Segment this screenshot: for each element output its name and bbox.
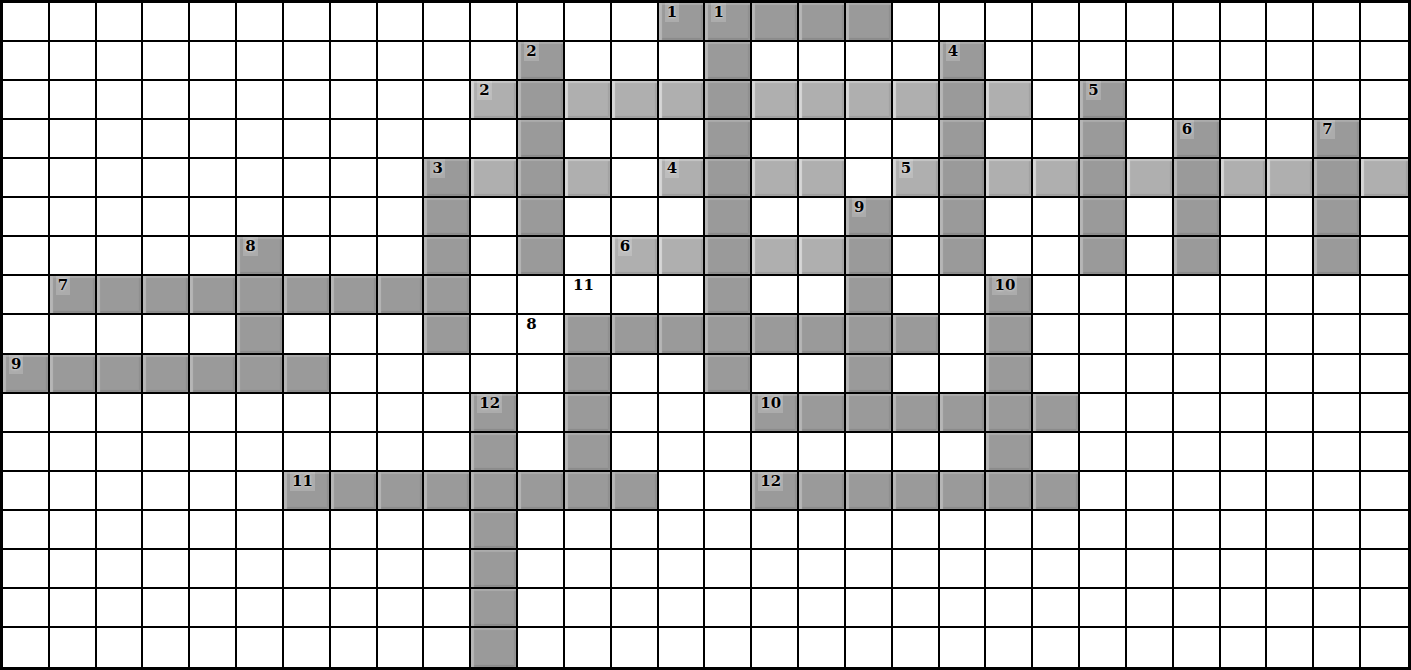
answer-cell-r17-c11[interactable] — [471, 628, 518, 667]
empty-cell-r11-c1 — [3, 394, 50, 433]
empty-cell-r1-c20 — [893, 3, 940, 42]
empty-cell-r12-c3 — [97, 433, 144, 472]
clue-number: 6 — [1180, 120, 1194, 139]
empty-cell-r3-c1 — [3, 81, 50, 120]
answer-cell-r7-c24[interactable] — [1080, 237, 1127, 276]
answer-cell-r9-c10[interactable] — [424, 315, 471, 354]
empty-cell-r10-c30 — [1361, 355, 1408, 394]
empty-cell-r11-c27 — [1221, 394, 1268, 433]
empty-cell-r12-c17 — [752, 433, 799, 472]
empty-cell-r6-c22 — [986, 198, 1033, 237]
answer-cell-r5-c20[interactable]: 5 — [893, 159, 940, 198]
answer-cell-r9-c13[interactable] — [565, 315, 612, 354]
answer-cell-r9-c15[interactable] — [659, 315, 706, 354]
empty-cell-r8-c20 — [893, 276, 940, 315]
answer-cell-r9-c20[interactable] — [893, 315, 940, 354]
empty-cell-r3-c3 — [97, 81, 144, 120]
answer-cell-r7-c19[interactable] — [846, 237, 893, 276]
empty-cell-r2-c30 — [1361, 42, 1408, 81]
empty-cell-r6-c13 — [565, 198, 612, 237]
answer-cell-r13-c13[interactable] — [565, 472, 612, 511]
answer-cell-r8-c22[interactable]: 10 — [986, 276, 1033, 315]
empty-cell-r7-c28 — [1267, 237, 1314, 276]
answer-cell-r8-c5[interactable] — [190, 276, 237, 315]
answer-cell-r13-c14[interactable] — [612, 472, 659, 511]
empty-cell-r6-c3 — [97, 198, 144, 237]
answer-cell-r8-c4[interactable] — [143, 276, 190, 315]
answer-cell-r11-c22[interactable] — [986, 394, 1033, 433]
empty-cell-r4-c10 — [424, 120, 471, 159]
empty-cell-r6-c11 — [471, 198, 518, 237]
empty-cell-r11-c5 — [190, 394, 237, 433]
empty-cell-r7-c23 — [1033, 237, 1080, 276]
answer-cell-r5-c10[interactable]: 3 — [424, 159, 471, 198]
answer-cell-r5-c13[interactable] — [565, 159, 612, 198]
answer-cell-r5-c17[interactable] — [752, 159, 799, 198]
empty-cell-r2-c9 — [378, 42, 425, 81]
empty-cell-r8-c17 — [752, 276, 799, 315]
empty-cell-r12-c28 — [1267, 433, 1314, 472]
answer-cell-r1-c19[interactable] — [846, 3, 893, 42]
answer-cell-r7-c14[interactable]: 6 — [612, 237, 659, 276]
clue-number: 11 — [571, 276, 596, 295]
empty-cell-r10-c29 — [1314, 355, 1361, 394]
answer-cell-r15-c11[interactable] — [471, 550, 518, 589]
empty-cell-r13-c25 — [1127, 472, 1174, 511]
empty-cell-r8-c27 — [1221, 276, 1268, 315]
answer-cell-r11-c17[interactable]: 10 — [752, 394, 799, 433]
empty-cell-r15-c26 — [1174, 550, 1221, 589]
answer-cell-r4-c16[interactable] — [705, 120, 752, 159]
empty-cell-r5-c14 — [612, 159, 659, 198]
answer-cell-r10-c1[interactable]: 9 — [3, 355, 50, 394]
answer-cell-r5-c12[interactable] — [518, 159, 565, 198]
empty-cell-r1-c12 — [518, 3, 565, 42]
answer-cell-r10-c4[interactable] — [143, 355, 190, 394]
answer-cell-r8-c6[interactable] — [237, 276, 284, 315]
empty-cell-r17-c10 — [424, 628, 471, 667]
answer-cell-r5-c26[interactable] — [1174, 159, 1221, 198]
empty-cell-r6-c6 — [237, 198, 284, 237]
answer-cell-r8-c2[interactable]: 7 — [50, 276, 97, 315]
answer-cell-r8-c16[interactable] — [705, 276, 752, 315]
answer-cell-r3-c15[interactable] — [659, 81, 706, 120]
empty-cell-r11-c29 — [1314, 394, 1361, 433]
empty-cell-r1-c2 — [50, 3, 97, 42]
empty-cell-r7-c25 — [1127, 237, 1174, 276]
answer-cell-r1-c15[interactable]: 1 — [659, 3, 706, 42]
answer-cell-r11-c21[interactable] — [940, 394, 987, 433]
empty-cell-r17-c18 — [799, 628, 846, 667]
answer-cell-r7-c6[interactable]: 8 — [237, 237, 284, 276]
answer-cell-r4-c24[interactable] — [1080, 120, 1127, 159]
empty-cell-r1-c30 — [1361, 3, 1408, 42]
empty-cell-r7-c30 — [1361, 237, 1408, 276]
empty-cell-r16-c28 — [1267, 589, 1314, 628]
empty-cell-r1-c3 — [97, 3, 144, 42]
answer-cell-r6-c10[interactable] — [424, 198, 471, 237]
empty-cell-r10-c12 — [518, 355, 565, 394]
empty-cell-r14-c22 — [986, 511, 1033, 550]
empty-cell-r8-c30 — [1361, 276, 1408, 315]
empty-cell-r6-c17 — [752, 198, 799, 237]
answer-cell-r13-c8[interactable] — [331, 472, 378, 511]
empty-cell-r11-c7 — [284, 394, 331, 433]
empty-cell-r5-c9 — [378, 159, 425, 198]
empty-cell-r2-c3 — [97, 42, 144, 81]
empty-cell-r17-c25 — [1127, 628, 1174, 667]
empty-cell-r2-c11 — [471, 42, 518, 81]
empty-cell-r6-c30 — [1361, 198, 1408, 237]
answer-cell-r13-c10[interactable] — [424, 472, 471, 511]
empty-cell-r17-c2 — [50, 628, 97, 667]
empty-cell-r17-c9 — [378, 628, 425, 667]
answer-cell-r6-c26[interactable] — [1174, 198, 1221, 237]
empty-cell-r4-c20 — [893, 120, 940, 159]
answer-cell-r3-c13[interactable] — [565, 81, 612, 120]
empty-cell-r17-c23 — [1033, 628, 1080, 667]
empty-cell-r7-c22 — [986, 237, 1033, 276]
empty-cell-r5-c2 — [50, 159, 97, 198]
answer-cell-r3-c17[interactable] — [752, 81, 799, 120]
answer-cell-r10-c2[interactable] — [50, 355, 97, 394]
answer-cell-r12-c13[interactable] — [565, 433, 612, 472]
answer-cell-r7-c26[interactable] — [1174, 237, 1221, 276]
empty-cell-r16-c3 — [97, 589, 144, 628]
answer-cell-r9-c18[interactable] — [799, 315, 846, 354]
answer-cell-r6-c24[interactable] — [1080, 198, 1127, 237]
empty-cell-r5-c8 — [331, 159, 378, 198]
answer-cell-r5-c18[interactable] — [799, 159, 846, 198]
answer-cell-r13-c19[interactable] — [846, 472, 893, 511]
answer-cell-r2-c16[interactable] — [705, 42, 752, 81]
answer-cell-r10-c22[interactable] — [986, 355, 1033, 394]
empty-cell-r9-c2 — [50, 315, 97, 354]
empty-cell-r14-c27 — [1221, 511, 1268, 550]
empty-cell-r16-c8 — [331, 589, 378, 628]
answer-cell-r3-c24[interactable]: 5 — [1080, 81, 1127, 120]
answer-cell-r13-c22[interactable] — [986, 472, 1033, 511]
empty-cell-r15-c4 — [143, 550, 190, 589]
answer-cell-r8-c10[interactable] — [424, 276, 471, 315]
answer-cell-r9-c16[interactable] — [705, 315, 752, 354]
answer-cell-r9-c17[interactable] — [752, 315, 799, 354]
answer-cell-r5-c21[interactable] — [940, 159, 987, 198]
empty-cell-r12-c21 — [940, 433, 987, 472]
answer-cell-r5-c30[interactable] — [1361, 159, 1408, 198]
answer-cell-r13-c17[interactable]: 12 — [752, 472, 799, 511]
empty-cell-r14-c12 — [518, 511, 565, 550]
answer-cell-r16-c11[interactable] — [471, 589, 518, 628]
empty-cell-r11-c15 — [659, 394, 706, 433]
empty-cell-r17-c27 — [1221, 628, 1268, 667]
answer-cell-r10-c7[interactable] — [284, 355, 331, 394]
answer-cell-r2-c12[interactable]: 2 — [518, 42, 565, 81]
empty-cell-r11-c2 — [50, 394, 97, 433]
answer-cell-r4-c29[interactable]: 7 — [1314, 120, 1361, 159]
answer-cell-r5-c23[interactable] — [1033, 159, 1080, 198]
empty-cell-r11-c30 — [1361, 394, 1408, 433]
answer-cell-r9-c6[interactable] — [237, 315, 284, 354]
empty-cell-r11-c4 — [143, 394, 190, 433]
answer-cell-r11-c19[interactable] — [846, 394, 893, 433]
answer-cell-r3-c19[interactable] — [846, 81, 893, 120]
empty-cell-r9-c26 — [1174, 315, 1221, 354]
answer-cell-r5-c25[interactable] — [1127, 159, 1174, 198]
empty-cell-r13-c28 — [1267, 472, 1314, 511]
empty-cell-r15-c20 — [893, 550, 940, 589]
answer-cell-r5-c11[interactable] — [471, 159, 518, 198]
empty-cell-r16-c14 — [612, 589, 659, 628]
answer-cell-r13-c21[interactable] — [940, 472, 987, 511]
empty-cell-r15-c8 — [331, 550, 378, 589]
empty-cell-r16-c5 — [190, 589, 237, 628]
answer-cell-r4-c21[interactable] — [940, 120, 987, 159]
empty-cell-r15-c18 — [799, 550, 846, 589]
answer-cell-r13-c20[interactable] — [893, 472, 940, 511]
empty-cell-r4-c9 — [378, 120, 425, 159]
empty-cell-r12-c5 — [190, 433, 237, 472]
empty-cell-r4-c6 — [237, 120, 284, 159]
empty-cell-r4-c22 — [986, 120, 1033, 159]
empty-cell-r17-c5 — [190, 628, 237, 667]
empty-cell-r10-c8 — [331, 355, 378, 394]
answer-cell-r13-c12[interactable] — [518, 472, 565, 511]
empty-cell-r9-c30 — [1361, 315, 1408, 354]
empty-cell-r16-c10 — [424, 589, 471, 628]
empty-cell-r7-c20 — [893, 237, 940, 276]
answer-cell-r6-c21[interactable] — [940, 198, 987, 237]
answer-cell-r10-c5[interactable] — [190, 355, 237, 394]
empty-cell-r15-c28 — [1267, 550, 1314, 589]
empty-cell-r2-c4 — [143, 42, 190, 81]
answer-cell-r10-c3[interactable] — [97, 355, 144, 394]
answer-cell-r4-c12[interactable] — [518, 120, 565, 159]
answer-cell-r11-c20[interactable] — [893, 394, 940, 433]
empty-cell-r8-c13: 11 — [565, 276, 612, 315]
empty-cell-r17-c4 — [143, 628, 190, 667]
empty-cell-r15-c6 — [237, 550, 284, 589]
empty-cell-r9-c5 — [190, 315, 237, 354]
empty-cell-r4-c19 — [846, 120, 893, 159]
empty-cell-r17-c29 — [1314, 628, 1361, 667]
answer-cell-r3-c11[interactable]: 2 — [471, 81, 518, 120]
empty-cell-r6-c2 — [50, 198, 97, 237]
clue-number: 5 — [1086, 81, 1100, 100]
answer-cell-r1-c17[interactable] — [752, 3, 799, 42]
clue-number: 1 — [711, 3, 725, 22]
empty-cell-r13-c6 — [237, 472, 284, 511]
empty-cell-r14-c6 — [237, 511, 284, 550]
answer-cell-r5-c22[interactable] — [986, 159, 1033, 198]
answer-cell-r4-c26[interactable]: 6 — [1174, 120, 1221, 159]
empty-cell-r8-c29 — [1314, 276, 1361, 315]
empty-cell-r12-c12 — [518, 433, 565, 472]
empty-cell-r4-c4 — [143, 120, 190, 159]
answer-cell-r3-c16[interactable] — [705, 81, 752, 120]
empty-cell-r6-c15 — [659, 198, 706, 237]
answer-cell-r6-c29[interactable] — [1314, 198, 1361, 237]
empty-cell-r8-c1 — [3, 276, 50, 315]
answer-cell-r5-c28[interactable] — [1267, 159, 1314, 198]
answer-cell-r7-c12[interactable] — [518, 237, 565, 276]
empty-cell-r7-c13 — [565, 237, 612, 276]
answer-cell-r1-c18[interactable] — [799, 3, 846, 42]
clue-number: 12 — [758, 472, 783, 491]
empty-cell-r9-c9 — [378, 315, 425, 354]
clue-number: 8 — [243, 237, 257, 256]
answer-cell-r8-c9[interactable] — [378, 276, 425, 315]
empty-cell-r11-c14 — [612, 394, 659, 433]
answer-cell-r14-c11[interactable] — [471, 511, 518, 550]
answer-cell-r3-c22[interactable] — [986, 81, 1033, 120]
answer-cell-r7-c15[interactable] — [659, 237, 706, 276]
answer-cell-r10-c13[interactable] — [565, 355, 612, 394]
answer-cell-r3-c18[interactable] — [799, 81, 846, 120]
empty-cell-r2-c1 — [3, 42, 50, 81]
empty-cell-r4-c27 — [1221, 120, 1268, 159]
answer-cell-r7-c18[interactable] — [799, 237, 846, 276]
empty-cell-r4-c13 — [565, 120, 612, 159]
empty-cell-r1-c4 — [143, 3, 190, 42]
answer-cell-r13-c18[interactable] — [799, 472, 846, 511]
empty-cell-r3-c28 — [1267, 81, 1314, 120]
answer-cell-r5-c27[interactable] — [1221, 159, 1268, 198]
empty-cell-r2-c20 — [893, 42, 940, 81]
empty-cell-r17-c26 — [1174, 628, 1221, 667]
empty-cell-r17-c3 — [97, 628, 144, 667]
empty-cell-r2-c6 — [237, 42, 284, 81]
answer-cell-r13-c9[interactable] — [378, 472, 425, 511]
answer-cell-r13-c7[interactable]: 11 — [284, 472, 331, 511]
answer-cell-r5-c15[interactable]: 4 — [659, 159, 706, 198]
empty-cell-r15-c22 — [986, 550, 1033, 589]
empty-cell-r16-c1 — [3, 589, 50, 628]
empty-cell-r4-c1 — [3, 120, 50, 159]
empty-cell-r1-c9 — [378, 3, 425, 42]
answer-cell-r3-c12[interactable] — [518, 81, 565, 120]
empty-cell-r1-c24 — [1080, 3, 1127, 42]
empty-cell-r9-c28 — [1267, 315, 1314, 354]
empty-cell-r17-c16 — [705, 628, 752, 667]
answer-cell-r1-c16[interactable]: 1 — [705, 3, 752, 42]
empty-cell-r6-c1 — [3, 198, 50, 237]
empty-cell-r15-c23 — [1033, 550, 1080, 589]
answer-cell-r2-c21[interactable]: 4 — [940, 42, 987, 81]
answer-cell-r7-c10[interactable] — [424, 237, 471, 276]
empty-cell-r6-c14 — [612, 198, 659, 237]
answer-cell-r9-c22[interactable] — [986, 315, 1033, 354]
empty-cell-r1-c5 — [190, 3, 237, 42]
empty-cell-r10-c18 — [799, 355, 846, 394]
empty-cell-r1-c13 — [565, 3, 612, 42]
answer-cell-r3-c14[interactable] — [612, 81, 659, 120]
empty-cell-r12-c20 — [893, 433, 940, 472]
empty-cell-r12-c24 — [1080, 433, 1127, 472]
empty-cell-r10-c17 — [752, 355, 799, 394]
answer-cell-r11-c13[interactable] — [565, 394, 612, 433]
empty-cell-r6-c18 — [799, 198, 846, 237]
answer-cell-r5-c16[interactable] — [705, 159, 752, 198]
empty-cell-r7-c7 — [284, 237, 331, 276]
empty-cell-r11-c3 — [97, 394, 144, 433]
empty-cell-r8-c18 — [799, 276, 846, 315]
empty-cell-r4-c7 — [284, 120, 331, 159]
empty-cell-r15-c12 — [518, 550, 565, 589]
empty-cell-r14-c5 — [190, 511, 237, 550]
answer-cell-r12-c11[interactable] — [471, 433, 518, 472]
answer-cell-r7-c29[interactable] — [1314, 237, 1361, 276]
answer-cell-r8-c7[interactable] — [284, 276, 331, 315]
answer-cell-r3-c20[interactable] — [893, 81, 940, 120]
answer-cell-r8-c19[interactable] — [846, 276, 893, 315]
empty-cell-r15-c14 — [612, 550, 659, 589]
empty-cell-r3-c4 — [143, 81, 190, 120]
answer-cell-r9-c19[interactable] — [846, 315, 893, 354]
answer-cell-r13-c11[interactable] — [471, 472, 518, 511]
empty-cell-r10-c10 — [424, 355, 471, 394]
answer-cell-r11-c18[interactable] — [799, 394, 846, 433]
answer-cell-r9-c14[interactable] — [612, 315, 659, 354]
answer-cell-r8-c3[interactable] — [97, 276, 144, 315]
empty-cell-r8-c14 — [612, 276, 659, 315]
empty-cell-r10-c21 — [940, 355, 987, 394]
crossword-grid: 11242567345986711108912101112 — [0, 0, 1411, 670]
empty-cell-r14-c7 — [284, 511, 331, 550]
answer-cell-r6-c16[interactable] — [705, 198, 752, 237]
answer-cell-r10-c16[interactable] — [705, 355, 752, 394]
answer-cell-r12-c22[interactable] — [986, 433, 1033, 472]
empty-cell-r10-c20 — [893, 355, 940, 394]
empty-cell-r13-c4 — [143, 472, 190, 511]
answer-cell-r7-c16[interactable] — [705, 237, 752, 276]
empty-cell-r16-c13 — [565, 589, 612, 628]
empty-cell-r9-c24 — [1080, 315, 1127, 354]
answer-cell-r5-c29[interactable] — [1314, 159, 1361, 198]
answer-cell-r7-c17[interactable] — [752, 237, 799, 276]
clue-number: 9 — [852, 198, 866, 217]
answer-cell-r7-c21[interactable] — [940, 237, 987, 276]
empty-cell-r4-c30 — [1361, 120, 1408, 159]
answer-cell-r8-c8[interactable] — [331, 276, 378, 315]
answer-cell-r10-c6[interactable] — [237, 355, 284, 394]
clue-number: 9 — [9, 355, 23, 374]
empty-cell-r14-c26 — [1174, 511, 1221, 550]
empty-cell-r10-c26 — [1174, 355, 1221, 394]
answer-cell-r5-c24[interactable] — [1080, 159, 1127, 198]
empty-cell-r8-c15 — [659, 276, 706, 315]
answer-cell-r11-c11[interactable]: 12 — [471, 394, 518, 433]
empty-cell-r6-c9 — [378, 198, 425, 237]
answer-cell-r3-c21[interactable] — [940, 81, 987, 120]
answer-cell-r6-c19[interactable]: 9 — [846, 198, 893, 237]
empty-cell-r13-c16 — [705, 472, 752, 511]
empty-cell-r16-c24 — [1080, 589, 1127, 628]
empty-cell-r8-c11 — [471, 276, 518, 315]
empty-cell-r12-c14 — [612, 433, 659, 472]
empty-cell-r9-c3 — [97, 315, 144, 354]
clue-number: 7 — [1320, 120, 1334, 139]
answer-cell-r11-c23[interactable] — [1033, 394, 1080, 433]
empty-cell-r16-c29 — [1314, 589, 1361, 628]
empty-cell-r16-c7 — [284, 589, 331, 628]
answer-cell-r10-c19[interactable] — [846, 355, 893, 394]
empty-cell-r7-c11 — [471, 237, 518, 276]
empty-cell-r14-c13 — [565, 511, 612, 550]
empty-cell-r11-c6 — [237, 394, 284, 433]
answer-cell-r6-c12[interactable] — [518, 198, 565, 237]
answer-cell-r13-c23[interactable] — [1033, 472, 1080, 511]
